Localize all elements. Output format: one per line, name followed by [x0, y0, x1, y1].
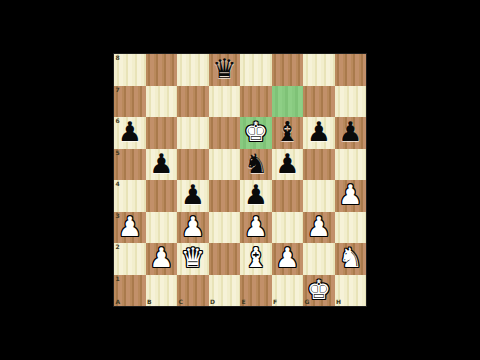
black-pawn-a6[interactable]: ♟ [118, 118, 142, 145]
square-g4[interactable] [303, 180, 335, 212]
black-pawn-e4[interactable]: ♟ [244, 181, 268, 208]
black-pawn-h6[interactable]: ♟ [338, 118, 362, 145]
square-c5[interactable] [177, 149, 209, 181]
square-b2[interactable]: ♟ [146, 243, 178, 275]
rank-label-1: 1 [116, 276, 120, 282]
white-king-e6[interactable]: ♚ [244, 118, 268, 145]
white-pawn-f2[interactable]: ♟ [275, 244, 299, 271]
square-e6[interactable]: ♚ [240, 117, 272, 149]
white-pawn-c3[interactable]: ♟ [181, 213, 205, 240]
square-h8[interactable] [335, 54, 367, 86]
square-c4[interactable]: ♟ [177, 180, 209, 212]
square-f3[interactable] [272, 212, 304, 244]
square-b8[interactable] [146, 54, 178, 86]
canvas-background: 8♛76♟♚♝♟♟5♟♞♟4♟♟♟3♟♟♟♟2♟♛♝♟♞1ABCDEFG♚H [0, 0, 480, 360]
white-queen-c2[interactable]: ♛ [181, 244, 205, 271]
square-g1[interactable]: G♚ [303, 275, 335, 307]
square-g2[interactable] [303, 243, 335, 275]
square-c3[interactable]: ♟ [177, 212, 209, 244]
black-bishop-f6[interactable]: ♝ [275, 118, 299, 145]
white-pawn-a3[interactable]: ♟ [118, 213, 142, 240]
square-f7[interactable] [272, 86, 304, 118]
square-c1[interactable]: C [177, 275, 209, 307]
file-label-b: B [147, 299, 152, 305]
rank-label-7: 7 [116, 87, 120, 93]
square-h1[interactable]: H [335, 275, 367, 307]
square-h4[interactable]: ♟ [335, 180, 367, 212]
black-pawn-f5[interactable]: ♟ [275, 150, 299, 177]
square-e5[interactable]: ♞ [240, 149, 272, 181]
square-a4[interactable]: 4 [114, 180, 146, 212]
file-label-c: C [179, 299, 183, 305]
white-pawn-b2[interactable]: ♟ [149, 244, 173, 271]
black-knight-e5[interactable]: ♞ [244, 150, 268, 177]
square-f1[interactable]: F [272, 275, 304, 307]
square-d6[interactable] [209, 117, 241, 149]
square-h5[interactable] [335, 149, 367, 181]
square-b5[interactable]: ♟ [146, 149, 178, 181]
square-a6[interactable]: 6♟ [114, 117, 146, 149]
square-d5[interactable] [209, 149, 241, 181]
square-g5[interactable] [303, 149, 335, 181]
rank-label-5: 5 [116, 150, 120, 156]
square-e7[interactable] [240, 86, 272, 118]
square-e2[interactable]: ♝ [240, 243, 272, 275]
square-d4[interactable] [209, 180, 241, 212]
square-a5[interactable]: 5 [114, 149, 146, 181]
square-f4[interactable] [272, 180, 304, 212]
square-b7[interactable] [146, 86, 178, 118]
square-b1[interactable]: B [146, 275, 178, 307]
square-f6[interactable]: ♝ [272, 117, 304, 149]
square-c2[interactable]: ♛ [177, 243, 209, 275]
white-pawn-h4[interactable]: ♟ [338, 181, 362, 208]
white-pawn-e3[interactable]: ♟ [244, 213, 268, 240]
square-a7[interactable]: 7 [114, 86, 146, 118]
square-d3[interactable] [209, 212, 241, 244]
square-e1[interactable]: E [240, 275, 272, 307]
file-label-e: E [242, 299, 246, 305]
black-pawn-c4[interactable]: ♟ [181, 181, 205, 208]
white-knight-h2[interactable]: ♞ [338, 244, 362, 271]
square-b6[interactable] [146, 117, 178, 149]
square-b4[interactable] [146, 180, 178, 212]
rank-label-4: 4 [116, 181, 120, 187]
square-d7[interactable] [209, 86, 241, 118]
square-e8[interactable] [240, 54, 272, 86]
square-e3[interactable]: ♟ [240, 212, 272, 244]
file-label-d: D [210, 299, 215, 305]
square-g8[interactable] [303, 54, 335, 86]
chess-board: 8♛76♟♚♝♟♟5♟♞♟4♟♟♟3♟♟♟♟2♟♛♝♟♞1ABCDEFG♚H [114, 54, 366, 306]
square-g6[interactable]: ♟ [303, 117, 335, 149]
rank-label-2: 2 [116, 244, 120, 250]
file-label-a: A [116, 299, 121, 305]
square-a3[interactable]: 3♟ [114, 212, 146, 244]
square-f2[interactable]: ♟ [272, 243, 304, 275]
square-a2[interactable]: 2 [114, 243, 146, 275]
white-bishop-e2[interactable]: ♝ [244, 244, 268, 271]
square-g3[interactable]: ♟ [303, 212, 335, 244]
rank-label-8: 8 [116, 55, 120, 61]
square-h7[interactable] [335, 86, 367, 118]
square-d8[interactable]: ♛ [209, 54, 241, 86]
square-a8[interactable]: 8 [114, 54, 146, 86]
white-pawn-g3[interactable]: ♟ [307, 213, 331, 240]
square-c6[interactable] [177, 117, 209, 149]
square-d1[interactable]: D [209, 275, 241, 307]
square-d2[interactable] [209, 243, 241, 275]
square-h3[interactable] [335, 212, 367, 244]
square-a1[interactable]: 1A [114, 275, 146, 307]
square-g7[interactable] [303, 86, 335, 118]
square-c7[interactable] [177, 86, 209, 118]
square-f5[interactable]: ♟ [272, 149, 304, 181]
white-king-g1[interactable]: ♚ [307, 276, 331, 303]
square-c8[interactable] [177, 54, 209, 86]
square-b3[interactable] [146, 212, 178, 244]
square-f8[interactable] [272, 54, 304, 86]
file-label-h: H [336, 299, 341, 305]
square-h6[interactable]: ♟ [335, 117, 367, 149]
file-label-f: F [273, 299, 277, 305]
black-pawn-b5[interactable]: ♟ [149, 150, 173, 177]
black-pawn-g6[interactable]: ♟ [307, 118, 331, 145]
black-queen-d8[interactable]: ♛ [212, 55, 236, 82]
square-h2[interactable]: ♞ [335, 243, 367, 275]
square-e4[interactable]: ♟ [240, 180, 272, 212]
